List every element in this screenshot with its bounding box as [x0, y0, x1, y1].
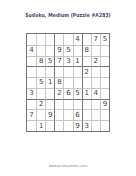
cell-r9c2: 1: [36, 120, 45, 131]
cell-r6c8: 4: [91, 88, 100, 99]
cell-r5c1: [27, 77, 36, 88]
cell-r1c4: [54, 34, 63, 45]
cell-r9c5: [63, 120, 72, 131]
cell-r2c5: 5: [63, 45, 72, 56]
cell-r2c3: [45, 45, 54, 56]
cell-r5c2: 5: [36, 77, 45, 88]
cell-r5c4: 8: [54, 77, 63, 88]
cell-r7c4: [54, 99, 63, 110]
puzzle-title: Sudoku, Medium (Puzzle #A283): [0, 13, 136, 18]
cell-r2c9: [100, 45, 109, 56]
cell-r4c9: [100, 66, 109, 77]
cell-r9c7: 3: [82, 120, 91, 131]
cell-r3c7: [82, 56, 91, 67]
cell-r1c2: [36, 34, 45, 45]
cell-r7c9: 9: [100, 99, 109, 110]
cell-r8c7: [82, 109, 91, 120]
cell-r4c3: [45, 66, 54, 77]
cell-r6c9: [100, 88, 109, 99]
cell-r4c6: [73, 66, 82, 77]
cell-r6c4: 2: [54, 88, 63, 99]
cell-r3c8: 2: [91, 56, 100, 67]
cell-r7c1: [27, 99, 36, 110]
cell-r6c2: [36, 88, 45, 99]
sudoku-board: 4754958857312251832651429796193: [26, 33, 110, 132]
cell-r1c5: [63, 34, 72, 45]
cell-r2c7: 8: [82, 45, 91, 56]
cell-r3c6: 1: [73, 56, 82, 67]
cell-r2c2: [36, 45, 45, 56]
cell-r8c9: [100, 109, 109, 120]
cell-r2c1: 4: [27, 45, 36, 56]
cell-r5c8: [91, 77, 100, 88]
cell-r9c6: 9: [73, 120, 82, 131]
cell-r5c9: [100, 77, 109, 88]
cell-r5c5: [63, 77, 72, 88]
cell-r8c4: [54, 109, 63, 120]
cell-r7c6: [73, 99, 82, 110]
cell-r3c5: 3: [63, 56, 72, 67]
cell-r3c2: 8: [36, 56, 45, 67]
cell-r7c7: [82, 99, 91, 110]
cell-r9c9: [100, 120, 109, 131]
cell-r9c8: [91, 120, 100, 131]
cell-r3c1: [27, 56, 36, 67]
cell-r8c8: [91, 109, 100, 120]
cell-r5c6: [73, 77, 82, 88]
cell-r8c5: [63, 109, 72, 120]
footer-url: www.printsudoku.com: [0, 164, 136, 168]
cell-r1c1: [27, 34, 36, 45]
cell-r2c4: 9: [54, 45, 63, 56]
cell-r8c2: [36, 109, 45, 120]
cell-r4c4: [54, 66, 63, 77]
cell-r7c3: [45, 99, 54, 110]
cell-r3c4: 7: [54, 56, 63, 67]
cell-r7c2: 2: [36, 99, 45, 110]
cell-r5c7: [82, 77, 91, 88]
cell-r2c6: [73, 45, 82, 56]
cell-r4c7: 2: [82, 66, 91, 77]
puzzle-page: Sudoku, Medium (Puzzle #A283) 4754958857…: [0, 0, 136, 176]
cell-r4c2: [36, 66, 45, 77]
cell-r6c6: 5: [73, 88, 82, 99]
cell-r4c8: [91, 66, 100, 77]
cell-r1c9: 5: [100, 34, 109, 45]
cell-r1c6: 4: [73, 34, 82, 45]
cell-r4c5: [63, 66, 72, 77]
cell-r6c3: [45, 88, 54, 99]
cell-r2c8: [91, 45, 100, 56]
cell-r1c3: [45, 34, 54, 45]
cell-r8c3: 9: [45, 109, 54, 120]
cell-r8c6: 6: [73, 109, 82, 120]
cell-r3c3: 5: [45, 56, 54, 67]
cell-r9c4: [54, 120, 63, 131]
cell-r3c9: [100, 56, 109, 67]
cell-r1c7: [82, 34, 91, 45]
cell-r6c5: 6: [63, 88, 72, 99]
cell-r6c1: 3: [27, 88, 36, 99]
cell-r5c3: 1: [45, 77, 54, 88]
cell-r1c8: 7: [91, 34, 100, 45]
cell-r9c3: [45, 120, 54, 131]
cell-r9c1: [27, 120, 36, 131]
cell-r7c5: [63, 99, 72, 110]
cell-r4c1: [27, 66, 36, 77]
cell-r7c8: [91, 99, 100, 110]
cell-r6c7: 1: [82, 88, 91, 99]
cell-r8c1: 7: [27, 109, 36, 120]
